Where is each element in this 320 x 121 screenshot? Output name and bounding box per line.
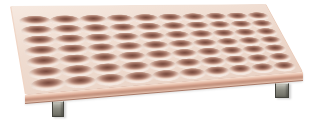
pit-r2c1[interactable] — [21, 25, 54, 36]
pit-r1c2[interactable] — [49, 15, 80, 25]
pit-r3c8[interactable] — [211, 29, 237, 38]
pit-r7c7[interactable] — [203, 66, 231, 78]
pit-r7c10[interactable] — [272, 61, 298, 72]
pit-r2c2[interactable] — [51, 25, 83, 36]
pit-r7c1[interactable] — [30, 77, 65, 91]
pit-r2c9[interactable] — [229, 20, 254, 29]
front-left-foot — [52, 101, 64, 117]
pit-r3c1[interactable] — [22, 35, 55, 46]
pit-r1c3[interactable] — [78, 15, 108, 25]
pit-r1c9[interactable] — [225, 12, 250, 20]
pit-r1c6[interactable] — [157, 14, 184, 23]
pit-r1c7[interactable] — [181, 13, 207, 22]
pit-r2c4[interactable] — [108, 23, 138, 33]
pit-r3c10[interactable] — [254, 28, 279, 37]
pit-r2c7[interactable] — [184, 21, 211, 30]
pit-r1c4[interactable] — [105, 14, 134, 24]
front-right-foot — [275, 83, 289, 98]
pit-r7c6[interactable] — [178, 68, 207, 80]
pit-r2c10[interactable] — [250, 20, 274, 29]
pit-r2c8[interactable] — [207, 21, 233, 30]
pit-r3c5[interactable] — [138, 31, 167, 41]
pit-r7c5[interactable] — [151, 69, 181, 81]
pit-r7c4[interactable] — [123, 71, 154, 84]
pit-r3c9[interactable] — [233, 28, 258, 37]
pit-r2c5[interactable] — [135, 23, 164, 33]
board-photo-background — [0, 0, 320, 121]
pit-r3c4[interactable] — [111, 32, 141, 42]
pit-r3c7[interactable] — [188, 30, 215, 40]
pit-r3c6[interactable] — [163, 31, 191, 41]
pit-r1c5[interactable] — [132, 14, 160, 23]
pit-r3c3[interactable] — [83, 33, 114, 44]
pit-r1c10[interactable] — [246, 12, 270, 20]
pit-r1c8[interactable] — [203, 13, 229, 22]
pit-r2c3[interactable] — [80, 24, 111, 34]
pit-r2c6[interactable] — [160, 22, 188, 31]
pit-r7c3[interactable] — [94, 73, 127, 86]
pit-r7c8[interactable] — [227, 64, 254, 75]
pit-r3c2[interactable] — [53, 34, 85, 45]
pit-r1c1[interactable] — [19, 16, 52, 26]
pit-r7c2[interactable] — [63, 75, 97, 89]
